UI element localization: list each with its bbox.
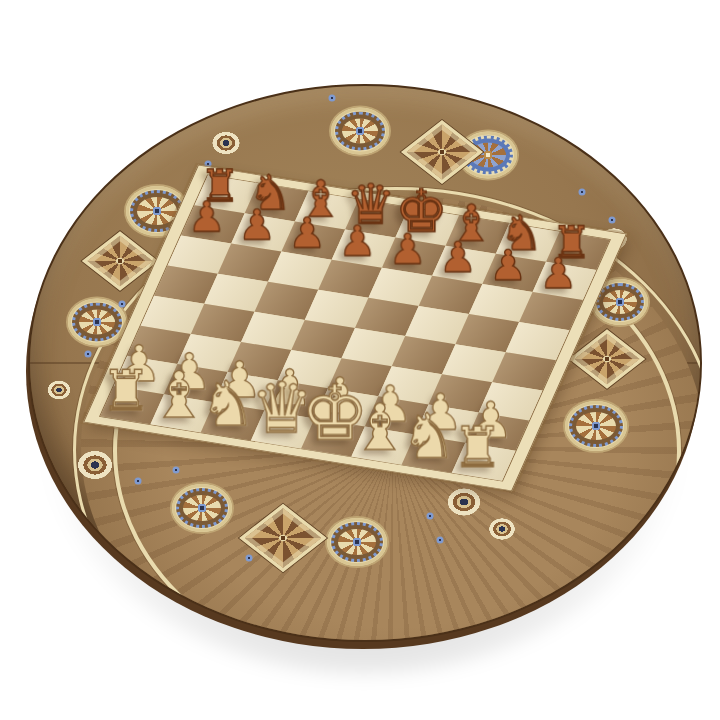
blue-dot-inlay <box>85 351 92 358</box>
photo-scene: ♜♞♝♛♚♝♞♜♟♟♟♟♟♟♟♟♟♟♟♟♟♟♟♟♜♝♞♛♚♝♞♜ <box>0 0 720 720</box>
blue-dot-inlay <box>539 107 546 114</box>
flower-medallion <box>565 401 627 451</box>
blue-dot-inlay <box>246 555 253 562</box>
flower-medallion <box>327 518 387 566</box>
blue-dot-inlay <box>135 478 142 485</box>
white-knight-g1[interactable]: ♞ <box>401 406 453 468</box>
blue-dot-inlay <box>427 513 434 520</box>
white-rook-a1[interactable]: ♜ <box>100 363 152 419</box>
white-bishop-f1[interactable]: ♝ <box>351 395 403 459</box>
blue-dot-inlay <box>173 467 180 474</box>
white-bishop-b1[interactable]: ♝ <box>150 363 202 427</box>
black-pawn-g7[interactable]: ♟ <box>482 245 534 287</box>
flower-medallion <box>331 108 389 155</box>
eye-inlay <box>487 517 517 542</box>
black-pawn-f7[interactable]: ♟ <box>432 237 484 279</box>
flower-medallion <box>172 484 232 532</box>
white-knight-c1[interactable]: ♞ <box>200 373 252 435</box>
black-pawn-c7[interactable]: ♟ <box>281 212 333 254</box>
blue-dot-inlay <box>329 95 336 102</box>
chess-grid: ♜♞♝♛♚♝♞♜♟♟♟♟♟♟♟♟♟♟♟♟♟♟♟♟♜♝♞♛♚♝♞♜ <box>99 174 611 481</box>
black-pawn-b7[interactable]: ♟ <box>231 204 283 246</box>
black-pawn-d7[interactable]: ♟ <box>331 221 383 263</box>
eye-inlay <box>210 130 242 156</box>
square-h1[interactable]: ♜ <box>452 443 516 481</box>
blue-dot-inlay <box>437 537 444 544</box>
blue-dot-inlay <box>579 189 586 196</box>
eye-inlay <box>46 379 72 401</box>
black-pawn-a7[interactable]: ♟ <box>181 196 233 238</box>
blue-dot-inlay <box>119 301 126 308</box>
eye-inlay <box>445 486 483 518</box>
white-king-e1[interactable]: ♚ <box>301 375 353 451</box>
white-rook-h1[interactable]: ♜ <box>451 420 503 476</box>
eye-inlay <box>75 449 115 482</box>
black-pawn-h7[interactable]: ♟ <box>532 253 584 295</box>
blue-dot-inlay <box>609 217 616 224</box>
black-pawn-e7[interactable]: ♟ <box>382 229 434 271</box>
white-queen-d1[interactable]: ♛ <box>251 373 303 443</box>
